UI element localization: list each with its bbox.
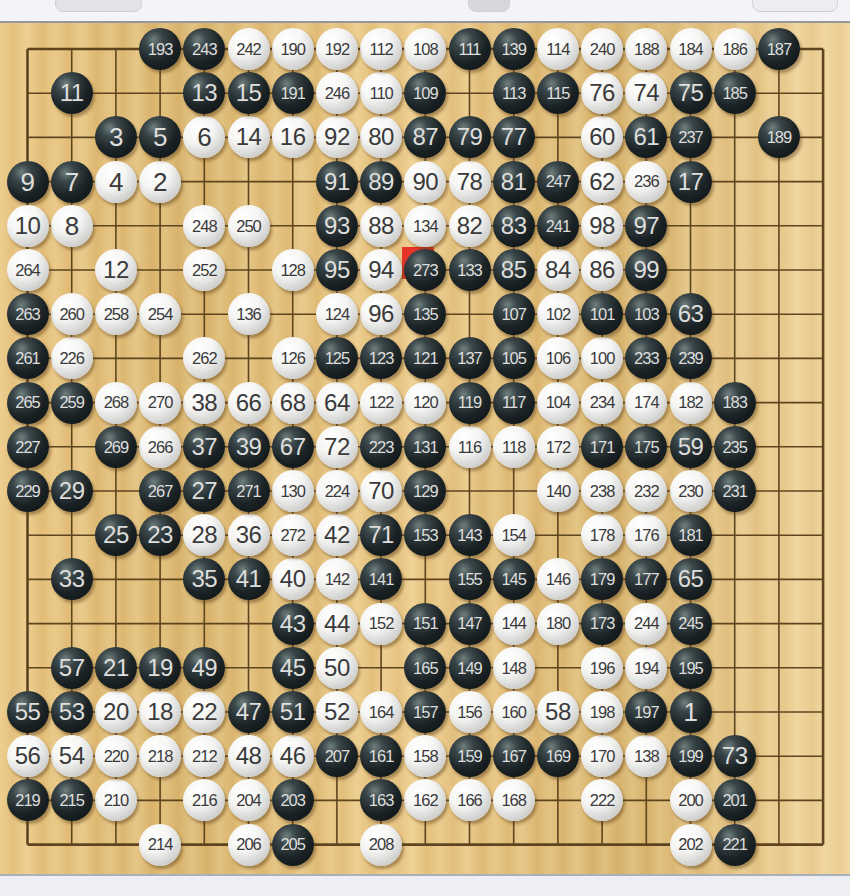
stone-white-206: 206 xyxy=(228,824,270,866)
stone-white-98: 98 xyxy=(581,205,623,247)
stone-white-96: 96 xyxy=(360,293,402,335)
stone-white-38: 38 xyxy=(183,382,225,424)
stone-black-139: 139 xyxy=(493,28,535,70)
stone-black-165: 165 xyxy=(404,647,446,689)
stone-white-110: 110 xyxy=(360,72,402,114)
stone-white-18: 18 xyxy=(139,691,181,733)
stone-black-53: 53 xyxy=(51,691,93,733)
stone-black-9: 9 xyxy=(7,161,49,203)
stone-white-8: 8 xyxy=(51,205,93,247)
stone-white-104: 104 xyxy=(537,382,579,424)
stone-black-189: 189 xyxy=(758,116,800,158)
stone-white-82: 82 xyxy=(449,205,491,247)
stone-white-54: 54 xyxy=(51,735,93,777)
stone-black-93: 93 xyxy=(316,205,358,247)
stone-white-68: 68 xyxy=(272,382,314,424)
stone-black-269: 269 xyxy=(95,426,137,468)
stone-white-194: 194 xyxy=(625,647,667,689)
stone-white-174: 174 xyxy=(625,382,667,424)
stone-black-151: 151 xyxy=(404,603,446,645)
stone-white-126: 126 xyxy=(272,337,314,379)
stone-white-40: 40 xyxy=(272,558,314,600)
stone-black-57: 57 xyxy=(51,647,93,689)
stone-white-62: 62 xyxy=(581,161,623,203)
stone-white-166: 166 xyxy=(449,779,491,821)
stone-black-97: 97 xyxy=(625,205,667,247)
stone-black-207: 207 xyxy=(316,735,358,777)
stone-white-52: 52 xyxy=(316,691,358,733)
go-board[interactable]: 1234567891011121314151617181920212223252… xyxy=(0,23,850,874)
stone-white-246: 246 xyxy=(316,72,358,114)
stone-white-76: 76 xyxy=(581,72,623,114)
stone-black-43: 43 xyxy=(272,603,314,645)
stone-black-261: 261 xyxy=(7,337,49,379)
stone-white-58: 58 xyxy=(537,691,579,733)
stone-black-67: 67 xyxy=(272,426,314,468)
stone-black-227: 227 xyxy=(7,426,49,468)
stone-white-168: 168 xyxy=(493,779,535,821)
stone-black-173: 173 xyxy=(581,603,623,645)
stone-white-192: 192 xyxy=(316,28,358,70)
stone-white-4: 4 xyxy=(95,161,137,203)
stone-white-236: 236 xyxy=(625,161,667,203)
stone-black-273: 273 xyxy=(404,249,446,291)
ui-chip-right xyxy=(752,0,838,12)
stone-white-12: 12 xyxy=(95,249,137,291)
stone-black-111: 111 xyxy=(449,28,491,70)
stone-white-66: 66 xyxy=(228,382,270,424)
stone-white-224: 224 xyxy=(316,470,358,512)
stone-black-29: 29 xyxy=(51,470,93,512)
top-bar xyxy=(0,0,850,23)
stone-white-154: 154 xyxy=(493,514,535,556)
stone-white-164: 164 xyxy=(360,691,402,733)
stone-white-252: 252 xyxy=(183,249,225,291)
stone-white-106: 106 xyxy=(537,337,579,379)
stone-black-219: 219 xyxy=(7,779,49,821)
stone-white-84: 84 xyxy=(537,249,579,291)
stone-white-180: 180 xyxy=(537,603,579,645)
stone-black-159: 159 xyxy=(449,735,491,777)
stone-white-92: 92 xyxy=(316,116,358,158)
stone-black-17: 17 xyxy=(670,161,712,203)
stone-white-146: 146 xyxy=(537,558,579,600)
stone-white-196: 196 xyxy=(581,647,623,689)
stone-white-234: 234 xyxy=(581,382,623,424)
stone-black-235: 235 xyxy=(714,426,756,468)
stone-white-266: 266 xyxy=(139,426,181,468)
stone-black-37: 37 xyxy=(183,426,225,468)
stone-white-178: 178 xyxy=(581,514,623,556)
stone-black-73: 73 xyxy=(714,735,756,777)
stone-black-65: 65 xyxy=(670,558,712,600)
stone-white-120: 120 xyxy=(404,382,446,424)
stone-black-63: 63 xyxy=(670,293,712,335)
stone-white-260: 260 xyxy=(51,293,93,335)
stone-white-90: 90 xyxy=(404,161,446,203)
stone-black-129: 129 xyxy=(404,470,446,512)
stone-black-149: 149 xyxy=(449,647,491,689)
stone-black-45: 45 xyxy=(272,647,314,689)
stone-black-41: 41 xyxy=(228,558,270,600)
stone-black-7: 7 xyxy=(51,161,93,203)
stone-black-117: 117 xyxy=(493,382,535,424)
stone-white-78: 78 xyxy=(449,161,491,203)
stone-black-197: 197 xyxy=(625,691,667,733)
stone-white-186: 186 xyxy=(714,28,756,70)
stone-white-198: 198 xyxy=(581,691,623,733)
stone-white-14: 14 xyxy=(228,116,270,158)
stone-black-47: 47 xyxy=(228,691,270,733)
stone-black-175: 175 xyxy=(625,426,667,468)
stone-black-191: 191 xyxy=(272,72,314,114)
stone-white-230: 230 xyxy=(670,470,712,512)
stone-black-95: 95 xyxy=(316,249,358,291)
stone-black-89: 89 xyxy=(360,161,402,203)
stone-white-220: 220 xyxy=(95,735,137,777)
stone-white-124: 124 xyxy=(316,293,358,335)
stone-black-119: 119 xyxy=(449,382,491,424)
stone-white-148: 148 xyxy=(493,647,535,689)
stone-black-239: 239 xyxy=(670,337,712,379)
stone-black-267: 267 xyxy=(139,470,181,512)
stone-white-48: 48 xyxy=(228,735,270,777)
stone-black-3: 3 xyxy=(95,116,137,158)
stone-white-36: 36 xyxy=(228,514,270,556)
stone-white-202: 202 xyxy=(670,824,712,866)
app-screen: 1234567891011121314151617181920212223252… xyxy=(0,0,850,896)
stone-black-99: 99 xyxy=(625,249,667,291)
stone-white-258: 258 xyxy=(95,293,137,335)
stone-white-268: 268 xyxy=(95,382,137,424)
stone-white-122: 122 xyxy=(360,382,402,424)
stone-black-77: 77 xyxy=(493,116,535,158)
stone-black-11: 11 xyxy=(51,72,93,114)
stone-white-22: 22 xyxy=(183,691,225,733)
stone-black-91: 91 xyxy=(316,161,358,203)
stone-black-147: 147 xyxy=(449,603,491,645)
stone-white-88: 88 xyxy=(360,205,402,247)
stone-black-167: 167 xyxy=(493,735,535,777)
stone-black-171: 171 xyxy=(581,426,623,468)
stone-black-81: 81 xyxy=(493,161,535,203)
stone-white-112: 112 xyxy=(360,28,402,70)
stone-white-270: 270 xyxy=(139,382,181,424)
stone-white-2: 2 xyxy=(139,161,181,203)
stone-white-184: 184 xyxy=(670,28,712,70)
stone-white-242: 242 xyxy=(228,28,270,70)
stone-black-79: 79 xyxy=(449,116,491,158)
stone-black-203: 203 xyxy=(272,779,314,821)
stone-white-116: 116 xyxy=(449,426,491,468)
stone-black-199: 199 xyxy=(670,735,712,777)
stone-white-42: 42 xyxy=(316,514,358,556)
stone-white-250: 250 xyxy=(228,205,270,247)
stone-white-210: 210 xyxy=(95,779,137,821)
stone-white-160: 160 xyxy=(493,691,535,733)
stone-black-169: 169 xyxy=(537,735,579,777)
stone-black-183: 183 xyxy=(714,382,756,424)
stone-black-39: 39 xyxy=(228,426,270,468)
stone-black-107: 107 xyxy=(493,293,535,335)
stone-black-185: 185 xyxy=(714,72,756,114)
stone-white-188: 188 xyxy=(625,28,667,70)
stone-black-75: 75 xyxy=(670,72,712,114)
stone-black-143: 143 xyxy=(449,514,491,556)
stone-black-85: 85 xyxy=(493,249,535,291)
stone-black-271: 271 xyxy=(228,470,270,512)
stone-black-245: 245 xyxy=(670,603,712,645)
stone-white-72: 72 xyxy=(316,426,358,468)
stone-white-238: 238 xyxy=(581,470,623,512)
stone-white-156: 156 xyxy=(449,691,491,733)
stone-black-241: 241 xyxy=(537,205,579,247)
stone-black-125: 125 xyxy=(316,337,358,379)
stone-white-20: 20 xyxy=(95,691,137,733)
stone-black-113: 113 xyxy=(493,72,535,114)
stone-black-187: 187 xyxy=(758,28,800,70)
stone-black-27: 27 xyxy=(183,470,225,512)
stone-white-50: 50 xyxy=(316,647,358,689)
stone-black-131: 131 xyxy=(404,426,446,468)
stone-black-155: 155 xyxy=(449,558,491,600)
stone-black-83: 83 xyxy=(493,205,535,247)
stone-black-137: 137 xyxy=(449,337,491,379)
stone-black-221: 221 xyxy=(714,824,756,866)
stone-white-94: 94 xyxy=(360,249,402,291)
stone-white-64: 64 xyxy=(316,382,358,424)
stone-black-193: 193 xyxy=(139,28,181,70)
stone-black-49: 49 xyxy=(183,647,225,689)
stone-black-157: 157 xyxy=(404,691,446,733)
stone-black-263: 263 xyxy=(7,293,49,335)
stone-white-248: 248 xyxy=(183,205,225,247)
stone-black-33: 33 xyxy=(51,558,93,600)
stone-black-161: 161 xyxy=(360,735,402,777)
stone-black-205: 205 xyxy=(272,824,314,866)
stone-black-71: 71 xyxy=(360,514,402,556)
stone-black-133: 133 xyxy=(449,249,491,291)
stone-black-259: 259 xyxy=(51,382,93,424)
stone-white-114: 114 xyxy=(537,28,579,70)
stone-white-170: 170 xyxy=(581,735,623,777)
stone-black-101: 101 xyxy=(581,293,623,335)
stone-black-115: 115 xyxy=(537,72,579,114)
stone-white-264: 264 xyxy=(7,249,49,291)
stone-white-226: 226 xyxy=(51,337,93,379)
stone-black-229: 229 xyxy=(7,470,49,512)
stone-white-46: 46 xyxy=(272,735,314,777)
stone-black-15: 15 xyxy=(228,72,270,114)
stone-white-254: 254 xyxy=(139,293,181,335)
stone-black-51: 51 xyxy=(272,691,314,733)
stone-black-223: 223 xyxy=(360,426,402,468)
stone-black-25: 25 xyxy=(95,514,137,556)
ui-chip-middle xyxy=(468,0,510,12)
stone-black-145: 145 xyxy=(493,558,535,600)
stone-black-181: 181 xyxy=(670,514,712,556)
stone-black-247: 247 xyxy=(537,161,579,203)
stone-white-56: 56 xyxy=(7,735,49,777)
stone-white-172: 172 xyxy=(537,426,579,468)
stone-black-195: 195 xyxy=(670,647,712,689)
stone-white-136: 136 xyxy=(228,293,270,335)
stone-white-144: 144 xyxy=(493,603,535,645)
stone-black-105: 105 xyxy=(493,337,535,379)
stone-white-244: 244 xyxy=(625,603,667,645)
stone-black-231: 231 xyxy=(714,470,756,512)
bottom-bar xyxy=(0,874,850,896)
stone-white-190: 190 xyxy=(272,28,314,70)
stone-black-55: 55 xyxy=(7,691,49,733)
stone-white-44: 44 xyxy=(316,603,358,645)
stone-white-152: 152 xyxy=(360,603,402,645)
stone-black-21: 21 xyxy=(95,647,137,689)
stone-white-16: 16 xyxy=(272,116,314,158)
stone-white-214: 214 xyxy=(139,824,181,866)
stone-black-59: 59 xyxy=(670,426,712,468)
stone-black-1: 1 xyxy=(670,691,712,733)
stone-white-130: 130 xyxy=(272,470,314,512)
stone-white-208: 208 xyxy=(360,824,402,866)
stone-white-204: 204 xyxy=(228,779,270,821)
stone-white-108: 108 xyxy=(404,28,446,70)
stone-white-200: 200 xyxy=(670,779,712,821)
ui-chip-left xyxy=(55,0,142,12)
stone-white-70: 70 xyxy=(360,470,402,512)
stone-white-240: 240 xyxy=(581,28,623,70)
stone-white-86: 86 xyxy=(581,249,623,291)
stone-white-142: 142 xyxy=(316,558,358,600)
stone-black-243: 243 xyxy=(183,28,225,70)
stone-white-10: 10 xyxy=(7,205,49,247)
stone-white-272: 272 xyxy=(272,514,314,556)
stone-white-140: 140 xyxy=(537,470,579,512)
stone-black-215: 215 xyxy=(51,779,93,821)
stone-black-237: 237 xyxy=(670,116,712,158)
stone-white-128: 128 xyxy=(272,249,314,291)
stone-black-201: 201 xyxy=(714,779,756,821)
stone-white-232: 232 xyxy=(625,470,667,512)
stone-white-118: 118 xyxy=(493,426,535,468)
stone-white-134: 134 xyxy=(404,205,446,247)
stone-white-218: 218 xyxy=(139,735,181,777)
stone-black-19: 19 xyxy=(139,647,181,689)
stone-black-265: 265 xyxy=(7,382,49,424)
stone-white-182: 182 xyxy=(670,382,712,424)
stone-black-23: 23 xyxy=(139,514,181,556)
stone-white-102: 102 xyxy=(537,293,579,335)
